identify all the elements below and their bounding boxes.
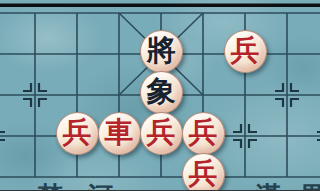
river-text-char: 楚 <box>37 183 63 190</box>
piece-glyph: 兵 <box>189 118 218 147</box>
piece-red-soldier-b[interactable]: 兵 <box>56 112 99 155</box>
piece-glyph: 兵 <box>63 118 92 147</box>
piece-glyph: 車 <box>105 118 134 147</box>
xiangqi-board[interactable]: 將兵象兵車兵兵兵楚河漢界 <box>0 0 320 190</box>
piece-red-soldier-a[interactable]: 兵 <box>224 30 267 73</box>
piece-red-soldier-e[interactable]: 兵 <box>182 153 225 191</box>
piece-glyph: 象 <box>147 77 176 106</box>
piece-red-soldier-d[interactable]: 兵 <box>182 112 225 155</box>
piece-black-general[interactable]: 將 <box>140 30 183 73</box>
river-text-char: 漢 <box>255 183 281 190</box>
piece-red-soldier-c[interactable]: 兵 <box>140 112 183 155</box>
piece-black-elephant[interactable]: 象 <box>140 71 183 114</box>
piece-glyph: 兵 <box>189 159 218 188</box>
piece-glyph: 兵 <box>147 118 176 147</box>
board-top-border <box>0 4 320 8</box>
piece-glyph: 將 <box>147 36 176 65</box>
river-text-char: 界 <box>299 183 320 190</box>
piece-glyph: 兵 <box>231 36 260 65</box>
river-text-char: 河 <box>87 183 113 190</box>
piece-red-chariot[interactable]: 車 <box>98 112 141 155</box>
